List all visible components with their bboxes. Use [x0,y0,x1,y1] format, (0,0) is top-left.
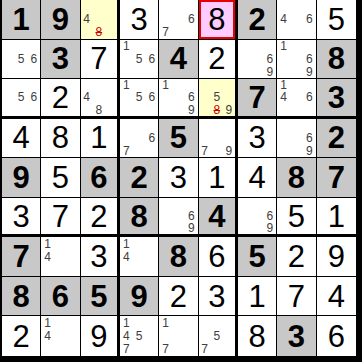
cell-r9c2[interactable]: 14 [41,316,80,356]
cell-r4c9[interactable]: 2 [317,119,356,159]
solved-digit: 2 [208,43,225,74]
given-digit: 7 [249,82,266,113]
pencil-mark: 7 [159,26,172,39]
pencil-mark: 7 [159,343,172,356]
pencil-mark: 1 [120,237,133,250]
cell-r7c5[interactable]: 8 [159,237,198,277]
cell-r8c8[interactable]: 7 [277,277,316,317]
pencil-mark: 5 [15,52,28,65]
cell-r6c7[interactable]: 69 [238,198,277,238]
cell-r1c5[interactable]: 67 [159,0,198,40]
cell-r4c3[interactable]: 1 [81,119,120,159]
cell-r9c3[interactable]: 9 [81,316,120,356]
cell-r5c3[interactable]: 6 [81,158,120,198]
cell-r8c9[interactable]: 4 [317,277,356,317]
cell-r8c6[interactable]: 3 [199,277,238,317]
solved-digit: 9 [90,321,107,352]
given-digit: 7 [328,162,345,193]
pencil-mark: 7 [199,144,211,157]
pencil-mark: 9 [185,103,198,115]
cell-r7c1[interactable]: 7 [2,237,41,277]
solved-digit: 4 [249,162,266,193]
solved-digit: 9 [328,241,345,272]
given-digit: 6 [90,162,107,193]
cell-r5c1[interactable]: 9 [2,158,41,198]
solved-digit: 1 [328,201,345,232]
cell-r7c6[interactable]: 6 [199,237,238,277]
pencil-mark: 5 [133,91,146,103]
cell-r9c6[interactable]: 57 [199,316,238,356]
cell-r8c4[interactable]: 9 [120,277,159,317]
eliminated-pencil-mark: 8 [93,26,105,39]
solved-digit: 2 [288,241,305,272]
cell-r7c2[interactable]: 14 [41,237,80,277]
solved-digit: 8 [208,4,225,35]
solved-digit: 2 [52,82,69,113]
cell-r8c7[interactable]: 1 [238,277,277,317]
cell-r9c5[interactable]: 17 [159,316,198,356]
cell-r1c4[interactable]: 3 [120,0,159,40]
pencil-mark: 1 [120,40,133,53]
pencil-mark: 1 [120,316,133,329]
pencil-mark: 7 [199,343,211,356]
pencil-mark: 6 [28,91,41,103]
given-digit: 9 [131,281,148,312]
cell-r4c1[interactable]: 4 [2,119,41,159]
cell-r5c9[interactable]: 7 [317,158,356,198]
solved-digit: 1 [208,162,225,193]
pencil-mark: 6 [303,13,316,26]
pencil-mark: 1 [159,316,172,329]
pencil-mark: 4 [277,91,290,103]
pencil-mark: 9 [264,65,277,78]
pencil-mark: 5 [133,52,146,65]
cell-r3c3[interactable]: 48 [81,79,120,119]
given-digit: 5 [90,281,107,312]
solved-digit: 7 [90,43,107,74]
solved-digit: 5 [52,162,69,193]
pencil-mark: 9 [303,144,316,157]
pencil-mark: 1 [159,79,172,91]
given-digit: 3 [288,321,305,352]
given-digit: 2 [249,4,266,35]
pencil-mark: 6 [303,91,316,103]
given-digit: 5 [249,241,266,272]
pencil-mark: 1 [277,40,290,53]
pencil-mark: 5 [133,330,146,343]
cell-r9c9[interactable]: 6 [317,316,356,356]
pencil-mark: 6 [303,52,316,65]
solved-digit: 8 [249,321,266,352]
cell-r3c8[interactable]: 146 [277,79,316,119]
cell-r4c7[interactable]: 3 [238,119,277,159]
cell-r2c2[interactable]: 3 [41,40,80,80]
given-digit: 8 [131,201,148,232]
cell-r9c8[interactable]: 3 [277,316,316,356]
eliminated-pencil-mark: 8 [211,103,223,115]
cell-r2c4[interactable]: 156 [120,40,159,80]
cell-r7c7[interactable]: 5 [238,237,277,277]
given-digit: 4 [170,43,187,74]
pencil-mark: 5 [211,91,223,103]
cell-r8c3[interactable]: 5 [81,277,120,317]
pencil-mark: 4 [81,13,93,26]
pencil-mark: 4 [120,330,133,343]
pencil-mark: 6 [28,52,41,65]
pencil-mark: 4 [277,13,290,26]
cell-r9c4[interactable]: 1457 [120,316,159,356]
cell-r1c7[interactable]: 2 [238,0,277,40]
pencil-mark: 6 [264,52,277,65]
cell-r8c5[interactable]: 2 [159,277,198,317]
cell-r3c1[interactable]: 56 [2,79,41,119]
cell-r3c2[interactable]: 2 [41,79,80,119]
solved-digit: 3 [131,4,148,35]
solved-digit: 2 [170,281,187,312]
cell-r2c3[interactable]: 7 [81,40,120,80]
solved-digit: 1 [249,281,266,312]
solved-digit: 5 [288,201,305,232]
solved-digit: 7 [52,201,69,232]
solved-digit: 2 [90,201,107,232]
sudoku-board: 1948367824655637156426916985624815616959… [0,0,362,362]
cell-r1c2[interactable]: 9 [41,0,80,40]
pencil-mark: 6 [303,132,316,145]
cell-r1c6[interactable]: 8 [199,0,238,40]
pencil-mark: 6 [146,132,159,145]
cell-r6c6[interactable]: 4 [199,198,238,238]
cell-r7c9[interactable]: 9 [317,237,356,277]
given-digit: 8 [13,281,30,312]
given-digit: 2 [131,162,148,193]
cell-r1c1[interactable]: 1 [2,0,41,40]
cell-r7c4[interactable]: 14 [120,237,159,277]
cell-r9c7[interactable]: 8 [238,316,277,356]
cell-r5c7[interactable]: 4 [238,158,277,198]
cell-r2c5[interactable]: 4 [159,40,198,80]
cell-r4c4[interactable]: 67 [120,119,159,159]
solved-digit: 5 [328,4,345,35]
solved-digit: 4 [13,122,30,153]
cell-r3c5[interactable]: 169 [159,79,198,119]
given-digit: 3 [328,82,345,113]
given-digit: 9 [13,162,30,193]
pencil-mark: 5 [211,330,223,343]
solved-digit: 3 [170,162,187,193]
given-digit: 8 [288,162,305,193]
cell-r3c7[interactable]: 7 [238,79,277,119]
solved-digit: 3 [208,281,225,312]
cell-r3c9[interactable]: 3 [317,79,356,119]
cell-r1c3[interactable]: 48 [81,0,120,40]
solved-digit: 3 [13,201,30,232]
solved-digit: 2 [13,321,30,352]
given-digit: 4 [208,201,225,232]
cell-r6c5[interactable]: 69 [159,198,198,238]
pencil-mark: 7 [120,144,133,157]
pencil-mark: 4 [81,91,93,103]
cell-r1c8[interactable]: 46 [277,0,316,40]
cell-r6c3[interactable]: 2 [81,198,120,238]
cell-r6c4[interactable]: 8 [120,198,159,238]
cell-r5c8[interactable]: 8 [277,158,316,198]
pencil-mark: 4 [41,330,54,343]
cell-r5c2[interactable]: 5 [41,158,80,198]
cell-r2c8[interactable]: 169 [277,40,316,80]
given-digit: 7 [13,241,30,272]
given-digit: 3 [52,43,69,74]
given-digit: 8 [170,241,187,272]
pencil-mark: 5 [15,91,28,103]
cell-r4c8[interactable]: 69 [277,119,316,159]
given-digit: 5 [170,122,187,153]
cell-r4c5[interactable]: 5 [159,119,198,159]
pencil-mark: 1 [41,237,54,250]
cell-r2c9[interactable]: 8 [317,40,356,80]
pencil-mark: 4 [41,250,54,263]
pencil-mark: 6 [185,91,198,103]
pencil-mark: 9 [303,65,316,78]
pencil-mark: 7 [120,343,133,356]
cell-r2c7[interactable]: 69 [238,40,277,80]
cell-r7c8[interactable]: 2 [277,237,316,277]
pencil-mark: 6 [146,52,159,65]
cell-r6c1[interactable]: 3 [2,198,41,238]
pencil-mark: 4 [120,250,133,263]
solved-digit: 6 [208,241,225,272]
cell-r8c2[interactable]: 6 [41,277,80,317]
given-digit: 1 [13,4,30,35]
cell-r2c1[interactable]: 56 [2,40,41,80]
solved-digit: 3 [90,241,107,272]
cell-r4c6[interactable]: 79 [199,119,238,159]
cell-r6c9[interactable]: 1 [317,198,356,238]
cell-r1c9[interactable]: 5 [317,0,356,40]
given-digit: 8 [328,43,345,74]
cell-r6c2[interactable]: 7 [41,198,80,238]
pencil-mark: 6 [146,91,159,103]
pencil-mark: 8 [93,103,105,115]
cell-r4c2[interactable]: 8 [41,119,80,159]
solved-digit: 3 [249,122,266,153]
solved-digit: 6 [328,321,345,352]
pencil-mark: 6 [185,13,198,26]
pencil-mark: 1 [41,316,54,329]
solved-digit: 8 [52,122,69,153]
cell-r8c1[interactable]: 8 [2,277,41,317]
cell-r5c4[interactable]: 2 [120,158,159,198]
pencil-mark: 1 [120,79,133,91]
cell-r3c6[interactable]: 598 [199,79,238,119]
solved-digit: 1 [90,122,107,153]
cell-r5c6[interactable]: 1 [199,158,238,198]
cell-r2c6[interactable]: 2 [199,40,238,80]
pencil-mark: 9 [223,103,235,115]
cell-r5c5[interactable]: 3 [159,158,198,198]
pencil-mark: 9 [223,144,235,157]
given-digit: 9 [52,4,69,35]
given-digit: 2 [328,122,345,153]
solved-digit: 4 [328,281,345,312]
cell-r7c3[interactable]: 3 [81,237,120,277]
cell-r3c4[interactable]: 156 [120,79,159,119]
cell-r9c1[interactable]: 2 [2,316,41,356]
cell-r6c8[interactable]: 5 [277,198,316,238]
given-digit: 6 [52,281,69,312]
solved-digit: 7 [288,281,305,312]
pencil-mark: 9 [264,222,277,234]
pencil-mark: 9 [185,222,198,234]
